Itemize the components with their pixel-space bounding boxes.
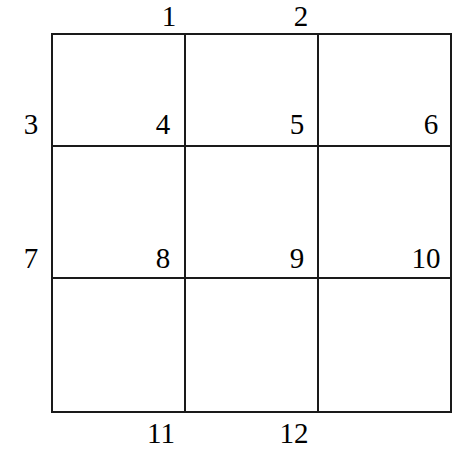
grid-cell-r3c1	[53, 279, 186, 411]
point-label-4: 4	[156, 110, 171, 139]
grid-cell-r3c3	[319, 279, 450, 411]
grid-cell-r3c2	[186, 279, 319, 411]
point-label-5: 5	[290, 110, 305, 139]
point-label-12: 12	[280, 419, 309, 448]
grid-figure: 1 2 3 4 5 6 7 8 9 10 11 12	[0, 0, 476, 467]
point-label-10: 10	[412, 244, 441, 273]
point-label-8: 8	[156, 244, 171, 273]
grid-board	[51, 33, 452, 413]
point-label-1: 1	[162, 2, 177, 31]
point-label-7: 7	[24, 244, 39, 273]
point-label-2: 2	[294, 2, 309, 31]
point-label-11: 11	[147, 419, 175, 448]
point-label-9: 9	[290, 244, 305, 273]
point-label-3: 3	[24, 110, 39, 139]
point-label-6: 6	[424, 110, 439, 139]
